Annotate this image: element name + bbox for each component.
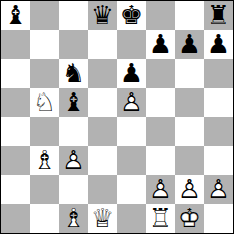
black-queen: ♛♛ bbox=[88, 1, 117, 30]
square-a4[interactable] bbox=[1, 117, 30, 146]
square-e2[interactable] bbox=[117, 175, 146, 204]
white-queen: ♛♕ bbox=[88, 204, 117, 233]
chessboard: ♝♝♛♛♚♚♜♜♟♟♟♟♟♟♞♞♟♟♞♘♝♝♟♙♝♗♟♙♟♙♟♙♟♙♝♗♛♕♜♖… bbox=[1, 1, 233, 233]
square-c3[interactable]: ♟♙ bbox=[59, 146, 88, 175]
square-f1[interactable]: ♜♖ bbox=[146, 204, 175, 233]
square-c1[interactable]: ♝♗ bbox=[59, 204, 88, 233]
square-c5[interactable]: ♝♝ bbox=[59, 88, 88, 117]
square-a7[interactable] bbox=[1, 30, 30, 59]
square-a3[interactable] bbox=[1, 146, 30, 175]
black-king: ♚♚ bbox=[117, 1, 146, 30]
square-h1[interactable] bbox=[204, 204, 233, 233]
square-d4[interactable] bbox=[88, 117, 117, 146]
black-pawn: ♟♟ bbox=[146, 30, 175, 59]
square-b8[interactable] bbox=[30, 1, 59, 30]
square-h3[interactable] bbox=[204, 146, 233, 175]
square-h7[interactable]: ♟♟ bbox=[204, 30, 233, 59]
square-c8[interactable] bbox=[59, 1, 88, 30]
square-h6[interactable] bbox=[204, 59, 233, 88]
black-knight: ♞♞ bbox=[59, 59, 88, 88]
white-rook: ♜♖ bbox=[146, 204, 175, 233]
square-d5[interactable] bbox=[88, 88, 117, 117]
square-f8[interactable] bbox=[146, 1, 175, 30]
square-d1[interactable]: ♛♕ bbox=[88, 204, 117, 233]
square-g5[interactable] bbox=[175, 88, 204, 117]
square-g7[interactable]: ♟♟ bbox=[175, 30, 204, 59]
square-d2[interactable] bbox=[88, 175, 117, 204]
chessboard-frame: ♝♝♛♛♚♚♜♜♟♟♟♟♟♟♞♞♟♟♞♘♝♝♟♙♝♗♟♙♟♙♟♙♟♙♝♗♛♕♜♖… bbox=[0, 0, 234, 234]
square-e5[interactable]: ♟♙ bbox=[117, 88, 146, 117]
black-pawn: ♟♟ bbox=[204, 30, 233, 59]
square-h2[interactable]: ♟♙ bbox=[204, 175, 233, 204]
white-pawn: ♟♙ bbox=[175, 175, 204, 204]
square-h5[interactable] bbox=[204, 88, 233, 117]
square-e6[interactable]: ♟♟ bbox=[117, 59, 146, 88]
black-rook: ♜♜ bbox=[204, 1, 233, 30]
square-g8[interactable] bbox=[175, 1, 204, 30]
square-g1[interactable]: ♚♔ bbox=[175, 204, 204, 233]
square-f4[interactable] bbox=[146, 117, 175, 146]
black-pawn: ♟♟ bbox=[117, 59, 146, 88]
square-c7[interactable] bbox=[59, 30, 88, 59]
black-pawn: ♟♟ bbox=[175, 30, 204, 59]
square-c6[interactable]: ♞♞ bbox=[59, 59, 88, 88]
square-f3[interactable] bbox=[146, 146, 175, 175]
square-a2[interactable] bbox=[1, 175, 30, 204]
white-pawn: ♟♙ bbox=[146, 175, 175, 204]
square-f7[interactable]: ♟♟ bbox=[146, 30, 175, 59]
square-e3[interactable] bbox=[117, 146, 146, 175]
square-a6[interactable] bbox=[1, 59, 30, 88]
square-b3[interactable]: ♝♗ bbox=[30, 146, 59, 175]
square-d8[interactable]: ♛♛ bbox=[88, 1, 117, 30]
square-g4[interactable] bbox=[175, 117, 204, 146]
square-f2[interactable]: ♟♙ bbox=[146, 175, 175, 204]
square-e7[interactable] bbox=[117, 30, 146, 59]
square-a1[interactable] bbox=[1, 204, 30, 233]
square-b2[interactable] bbox=[30, 175, 59, 204]
square-h4[interactable] bbox=[204, 117, 233, 146]
square-f6[interactable] bbox=[146, 59, 175, 88]
square-d3[interactable] bbox=[88, 146, 117, 175]
black-bishop: ♝♝ bbox=[59, 88, 88, 117]
black-bishop: ♝♝ bbox=[1, 1, 30, 30]
square-b5[interactable]: ♞♘ bbox=[30, 88, 59, 117]
square-g6[interactable] bbox=[175, 59, 204, 88]
square-c4[interactable] bbox=[59, 117, 88, 146]
white-bishop: ♝♗ bbox=[30, 146, 59, 175]
white-bishop: ♝♗ bbox=[59, 204, 88, 233]
square-e8[interactable]: ♚♚ bbox=[117, 1, 146, 30]
square-d6[interactable] bbox=[88, 59, 117, 88]
white-pawn: ♟♙ bbox=[204, 175, 233, 204]
square-c2[interactable] bbox=[59, 175, 88, 204]
square-a5[interactable] bbox=[1, 88, 30, 117]
square-b6[interactable] bbox=[30, 59, 59, 88]
square-b4[interactable] bbox=[30, 117, 59, 146]
square-g2[interactable]: ♟♙ bbox=[175, 175, 204, 204]
square-b7[interactable] bbox=[30, 30, 59, 59]
white-knight: ♞♘ bbox=[30, 88, 59, 117]
square-f5[interactable] bbox=[146, 88, 175, 117]
square-b1[interactable] bbox=[30, 204, 59, 233]
square-e1[interactable] bbox=[117, 204, 146, 233]
square-e4[interactable] bbox=[117, 117, 146, 146]
square-h8[interactable]: ♜♜ bbox=[204, 1, 233, 30]
square-g3[interactable] bbox=[175, 146, 204, 175]
white-pawn: ♟♙ bbox=[59, 146, 88, 175]
square-a8[interactable]: ♝♝ bbox=[1, 1, 30, 30]
square-d7[interactable] bbox=[88, 30, 117, 59]
white-pawn: ♟♙ bbox=[117, 88, 146, 117]
white-king: ♚♔ bbox=[175, 204, 204, 233]
